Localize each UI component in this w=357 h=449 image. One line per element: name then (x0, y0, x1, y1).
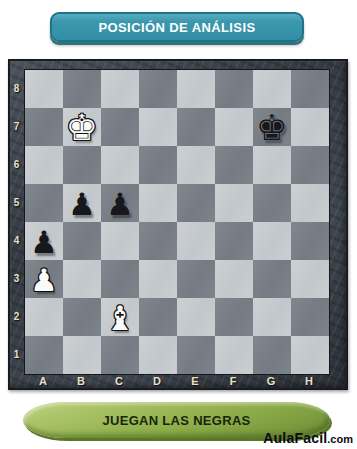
square-f7[interactable] (215, 108, 253, 146)
square-h3[interactable] (291, 260, 329, 298)
square-f1[interactable] (215, 336, 253, 374)
square-h8[interactable] (291, 70, 329, 108)
square-h5[interactable] (291, 184, 329, 222)
square-b8[interactable] (63, 70, 101, 108)
square-a2[interactable] (25, 298, 63, 336)
black-pawn[interactable]: ♟ (68, 189, 96, 220)
square-c8[interactable] (101, 70, 139, 108)
turn-indicator-label: JUEGAN LAS NEGRAS (102, 413, 250, 428)
board-grid: ♚♚♟♟♟♟♝ (24, 69, 330, 375)
file-label-g: G (252, 372, 290, 389)
square-a5[interactable] (25, 184, 63, 222)
square-c7[interactable] (101, 108, 139, 146)
square-a1[interactable] (25, 336, 63, 374)
square-c1[interactable] (101, 336, 139, 374)
file-label-e: E (176, 372, 214, 389)
file-labels: ABCDEFGH (24, 372, 328, 389)
square-e1[interactable] (177, 336, 215, 374)
square-d6[interactable] (139, 146, 177, 184)
square-b5[interactable]: ♟ (63, 184, 101, 222)
square-g7[interactable]: ♚ (253, 108, 291, 146)
square-g4[interactable] (253, 222, 291, 260)
square-d8[interactable] (139, 70, 177, 108)
square-b2[interactable] (63, 298, 101, 336)
square-f8[interactable] (215, 70, 253, 108)
white-king[interactable]: ♚ (66, 110, 98, 146)
square-a4[interactable]: ♟ (25, 222, 63, 260)
rank-labels: 87654321 (9, 69, 24, 373)
chess-lesson-graphic: POSICIÓN DE ANÁLISIS 87654321 ♚♚♟♟♟♟♝ AB… (0, 0, 357, 449)
square-g6[interactable] (253, 146, 291, 184)
square-g3[interactable] (253, 260, 291, 298)
square-c2[interactable]: ♝ (101, 298, 139, 336)
square-h1[interactable] (291, 336, 329, 374)
square-e6[interactable] (177, 146, 215, 184)
square-h2[interactable] (291, 298, 329, 336)
square-f3[interactable] (215, 260, 253, 298)
square-c5[interactable]: ♟ (101, 184, 139, 222)
rank-label-6: 6 (9, 145, 24, 183)
square-a3[interactable]: ♟ (25, 260, 63, 298)
square-d5[interactable] (139, 184, 177, 222)
square-e3[interactable] (177, 260, 215, 298)
rank-label-4: 4 (9, 221, 24, 259)
file-label-c: C (100, 372, 138, 389)
brand-name: AulaFacil (263, 430, 327, 446)
square-g1[interactable] (253, 336, 291, 374)
black-pawn[interactable]: ♟ (106, 189, 134, 220)
chess-board: 87654321 ♚♚♟♟♟♟♝ ABCDEFGH (8, 59, 348, 390)
square-h4[interactable] (291, 222, 329, 260)
square-e8[interactable] (177, 70, 215, 108)
square-g5[interactable] (253, 184, 291, 222)
brand-tld: .com (327, 433, 353, 445)
square-b7[interactable]: ♚ (63, 108, 101, 146)
square-d7[interactable] (139, 108, 177, 146)
square-b3[interactable] (63, 260, 101, 298)
white-pawn[interactable]: ♟ (30, 265, 58, 296)
white-bishop[interactable]: ♝ (105, 301, 135, 335)
square-g8[interactable] (253, 70, 291, 108)
analysis-title-label: POSICIÓN DE ANÁLISIS (98, 20, 255, 35)
square-a7[interactable] (25, 108, 63, 146)
square-f2[interactable] (215, 298, 253, 336)
square-e2[interactable] (177, 298, 215, 336)
black-pawn[interactable]: ♟ (30, 227, 58, 258)
rank-label-8: 8 (9, 69, 24, 107)
square-e7[interactable] (177, 108, 215, 146)
square-c4[interactable] (101, 222, 139, 260)
rank-label-5: 5 (9, 183, 24, 221)
square-d4[interactable] (139, 222, 177, 260)
file-label-a: A (24, 372, 62, 389)
rank-label-3: 3 (9, 259, 24, 297)
square-d1[interactable] (139, 336, 177, 374)
square-h6[interactable] (291, 146, 329, 184)
square-h7[interactable] (291, 108, 329, 146)
square-c6[interactable] (101, 146, 139, 184)
rank-label-1: 1 (9, 335, 24, 373)
site-branding: AulaFacil.com (263, 429, 353, 447)
square-a8[interactable] (25, 70, 63, 108)
black-king[interactable]: ♚ (256, 110, 288, 146)
file-label-f: F (214, 372, 252, 389)
square-a6[interactable] (25, 146, 63, 184)
file-label-d: D (138, 372, 176, 389)
square-b6[interactable] (63, 146, 101, 184)
square-b1[interactable] (63, 336, 101, 374)
file-label-h: H (290, 372, 328, 389)
square-b4[interactable] (63, 222, 101, 260)
square-d2[interactable] (139, 298, 177, 336)
square-f5[interactable] (215, 184, 253, 222)
rank-label-2: 2 (9, 297, 24, 335)
square-e4[interactable] (177, 222, 215, 260)
square-f6[interactable] (215, 146, 253, 184)
square-e5[interactable] (177, 184, 215, 222)
rank-label-7: 7 (9, 107, 24, 145)
file-label-b: B (62, 372, 100, 389)
square-f4[interactable] (215, 222, 253, 260)
square-d3[interactable] (139, 260, 177, 298)
square-c3[interactable] (101, 260, 139, 298)
square-g2[interactable] (253, 298, 291, 336)
analysis-title-banner: POSICIÓN DE ANÁLISIS (50, 12, 304, 42)
